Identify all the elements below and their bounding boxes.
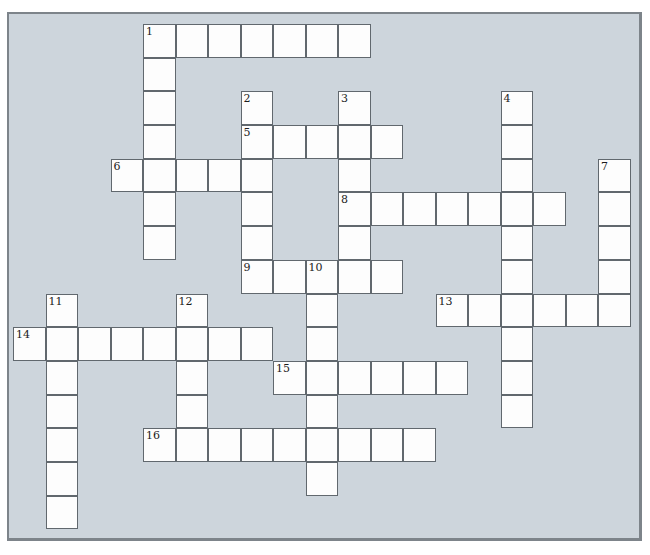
- cell-r5c11[interactable]: [371, 192, 404, 226]
- crossword-board: 12345678910111213141516: [7, 12, 642, 541]
- cell-r4c6[interactable]: [208, 159, 241, 193]
- cell-r0c6[interactable]: [208, 24, 241, 58]
- cell-r0c10[interactable]: [338, 24, 371, 58]
- clue-number-4: 4: [504, 92, 511, 105]
- cell-r8c13[interactable]: 13: [436, 294, 469, 328]
- cell-r8c18[interactable]: [598, 294, 631, 328]
- cell-r10c10[interactable]: [338, 361, 371, 395]
- clue-number-10: 10: [309, 261, 323, 274]
- cell-r6c7[interactable]: [241, 226, 274, 260]
- cell-r3c9[interactable]: [306, 125, 339, 159]
- cell-r9c6[interactable]: [208, 327, 241, 361]
- cell-r9c1[interactable]: [46, 327, 79, 361]
- cell-r9c0[interactable]: 14: [13, 327, 46, 361]
- cell-r11c15[interactable]: [501, 395, 534, 429]
- clue-number-15: 15: [276, 362, 290, 375]
- cell-r1c4[interactable]: [143, 58, 176, 92]
- cell-r9c7[interactable]: [241, 327, 274, 361]
- cell-r8c17[interactable]: [566, 294, 599, 328]
- clue-number-11: 11: [49, 295, 63, 308]
- cell-r0c7[interactable]: [241, 24, 274, 58]
- cell-r5c4[interactable]: [143, 192, 176, 226]
- clue-number-5: 5: [244, 126, 251, 139]
- clue-number-16: 16: [146, 429, 160, 442]
- cell-r3c4[interactable]: [143, 125, 176, 159]
- clue-number-6: 6: [114, 160, 121, 173]
- cell-r5c18[interactable]: [598, 192, 631, 226]
- clue-number-14: 14: [16, 328, 30, 341]
- cell-r12c4[interactable]: 16: [143, 428, 176, 462]
- cell-r3c7[interactable]: 5: [241, 125, 274, 159]
- cell-r8c9[interactable]: [306, 294, 339, 328]
- cell-r6c4[interactable]: [143, 226, 176, 260]
- clue-number-1: 1: [146, 25, 153, 38]
- cell-r10c5[interactable]: [176, 361, 209, 395]
- cell-r6c10[interactable]: [338, 226, 371, 260]
- clue-number-8: 8: [341, 193, 348, 206]
- clue-number-13: 13: [439, 295, 453, 308]
- cell-r10c12[interactable]: [403, 361, 436, 395]
- cell-r5c12[interactable]: [403, 192, 436, 226]
- cell-r9c3[interactable]: [111, 327, 144, 361]
- cell-r2c4[interactable]: [143, 91, 176, 125]
- clue-number-3: 3: [341, 92, 348, 105]
- cell-r0c8[interactable]: [273, 24, 306, 58]
- cell-r0c9[interactable]: [306, 24, 339, 58]
- cell-r5c15[interactable]: [501, 192, 534, 226]
- cell-r10c8[interactable]: 15: [273, 361, 306, 395]
- cell-r5c10[interactable]: 8: [338, 192, 371, 226]
- cell-r7c18[interactable]: [598, 260, 631, 294]
- cell-r0c5[interactable]: [176, 24, 209, 58]
- cell-r6c18[interactable]: [598, 226, 631, 260]
- cell-r4c3[interactable]: 6: [111, 159, 144, 193]
- clue-number-7: 7: [601, 160, 608, 173]
- cell-r9c4[interactable]: [143, 327, 176, 361]
- crossword-grid: 12345678910111213141516: [13, 24, 631, 529]
- cell-r3c8[interactable]: [273, 125, 306, 159]
- cell-r4c5[interactable]: [176, 159, 209, 193]
- cell-r9c15[interactable]: [501, 327, 534, 361]
- cell-r9c5[interactable]: [176, 327, 209, 361]
- cell-r12c10[interactable]: [338, 428, 371, 462]
- cell-r2c15[interactable]: 4: [501, 91, 534, 125]
- cell-r7c15[interactable]: [501, 260, 534, 294]
- clue-number-9: 9: [244, 261, 251, 274]
- cell-r5c16[interactable]: [533, 192, 566, 226]
- cell-r6c15[interactable]: [501, 226, 534, 260]
- cell-r10c11[interactable]: [371, 361, 404, 395]
- cell-r10c1[interactable]: [46, 361, 79, 395]
- cell-r8c15[interactable]: [501, 294, 534, 328]
- cell-r13c9[interactable]: [306, 462, 339, 496]
- cell-r12c9[interactable]: [306, 428, 339, 462]
- cell-r10c15[interactable]: [501, 361, 534, 395]
- cell-r11c1[interactable]: [46, 395, 79, 429]
- cell-r4c10[interactable]: [338, 159, 371, 193]
- cell-r9c2[interactable]: [78, 327, 111, 361]
- cell-r3c15[interactable]: [501, 125, 534, 159]
- cell-r7c9[interactable]: 10: [306, 260, 339, 294]
- clue-number-12: 12: [179, 295, 193, 308]
- cell-r4c7[interactable]: [241, 159, 274, 193]
- cell-r5c14[interactable]: [468, 192, 501, 226]
- cell-r11c9[interactable]: [306, 395, 339, 429]
- cell-r12c11[interactable]: [371, 428, 404, 462]
- cell-r9c9[interactable]: [306, 327, 339, 361]
- cell-r10c9[interactable]: [306, 361, 339, 395]
- page: 12345678910111213141516: [0, 0, 650, 555]
- cell-r3c10[interactable]: [338, 125, 371, 159]
- clue-number-2: 2: [244, 92, 251, 105]
- cell-r12c12[interactable]: [403, 428, 436, 462]
- cell-r4c15[interactable]: [501, 159, 534, 193]
- cell-r12c7[interactable]: [241, 428, 274, 462]
- cell-r12c1[interactable]: [46, 428, 79, 462]
- cell-r12c6[interactable]: [208, 428, 241, 462]
- cell-r7c8[interactable]: [273, 260, 306, 294]
- cell-r5c7[interactable]: [241, 192, 274, 226]
- cell-r2c10[interactable]: 3: [338, 91, 371, 125]
- cell-r3c11[interactable]: [371, 125, 404, 159]
- cell-r7c11[interactable]: [371, 260, 404, 294]
- cell-r12c8[interactable]: [273, 428, 306, 462]
- cell-r7c7[interactable]: 9: [241, 260, 274, 294]
- cell-r8c16[interactable]: [533, 294, 566, 328]
- cell-r4c4[interactable]: [143, 159, 176, 193]
- cell-r8c5[interactable]: 12: [176, 294, 209, 328]
- cell-r4c18[interactable]: 7: [598, 159, 631, 193]
- cell-r7c10[interactable]: [338, 260, 371, 294]
- cell-r14c1[interactable]: [46, 496, 79, 530]
- cell-r11c5[interactable]: [176, 395, 209, 429]
- cell-r2c7[interactable]: 2: [241, 91, 274, 125]
- cell-r5c13[interactable]: [436, 192, 469, 226]
- cell-r13c1[interactable]: [46, 462, 79, 496]
- cell-r0c4[interactable]: 1: [143, 24, 176, 58]
- cell-r10c13[interactable]: [436, 361, 469, 395]
- cell-r8c14[interactable]: [468, 294, 501, 328]
- cell-r8c1[interactable]: 11: [46, 294, 79, 328]
- cell-r12c5[interactable]: [176, 428, 209, 462]
